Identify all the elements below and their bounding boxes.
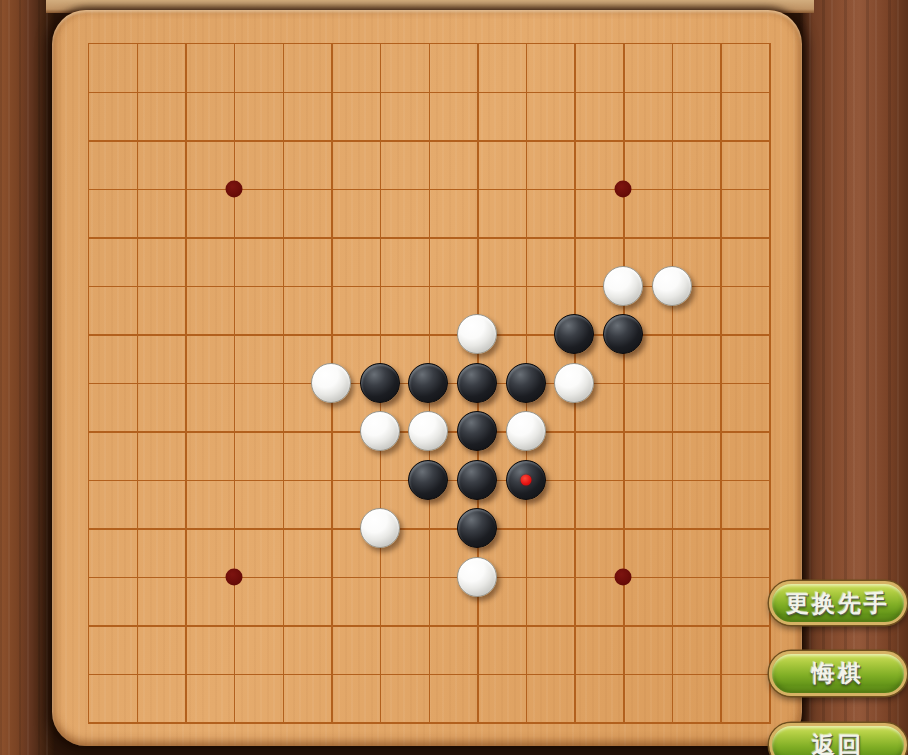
stones-layer[interactable]: [64, 19, 794, 747]
stone-black: [360, 363, 400, 403]
stone-white: [408, 411, 448, 451]
change-first-player-button[interactable]: 更换先手: [769, 581, 907, 625]
gomoku-board[interactable]: [52, 10, 802, 746]
gomoku-game-screen: 更换先手 悔棋 返回: [0, 0, 908, 755]
stone-white: [652, 266, 692, 306]
stone-black: [457, 460, 497, 500]
stone-black: [408, 363, 448, 403]
undo-move-button[interactable]: 悔棋: [769, 651, 907, 696]
stone-white: [603, 266, 643, 306]
last-move-marker: [520, 474, 531, 485]
stone-black: [554, 314, 594, 354]
back-button[interactable]: 返回: [769, 723, 907, 755]
table-wood-right: [800, 0, 908, 755]
stone-white: [554, 363, 594, 403]
stone-black: [457, 508, 497, 548]
stone-white: [457, 557, 497, 597]
stone-black: [603, 314, 643, 354]
stone-black: [506, 363, 546, 403]
stone-white: [457, 314, 497, 354]
stone-black: [506, 460, 546, 500]
table-wood-left: [0, 0, 54, 755]
stone-white: [311, 363, 351, 403]
stone-black: [408, 460, 448, 500]
stone-black: [457, 363, 497, 403]
stone-white: [360, 508, 400, 548]
stone-white: [506, 411, 546, 451]
stone-white: [360, 411, 400, 451]
stone-black: [457, 411, 497, 451]
